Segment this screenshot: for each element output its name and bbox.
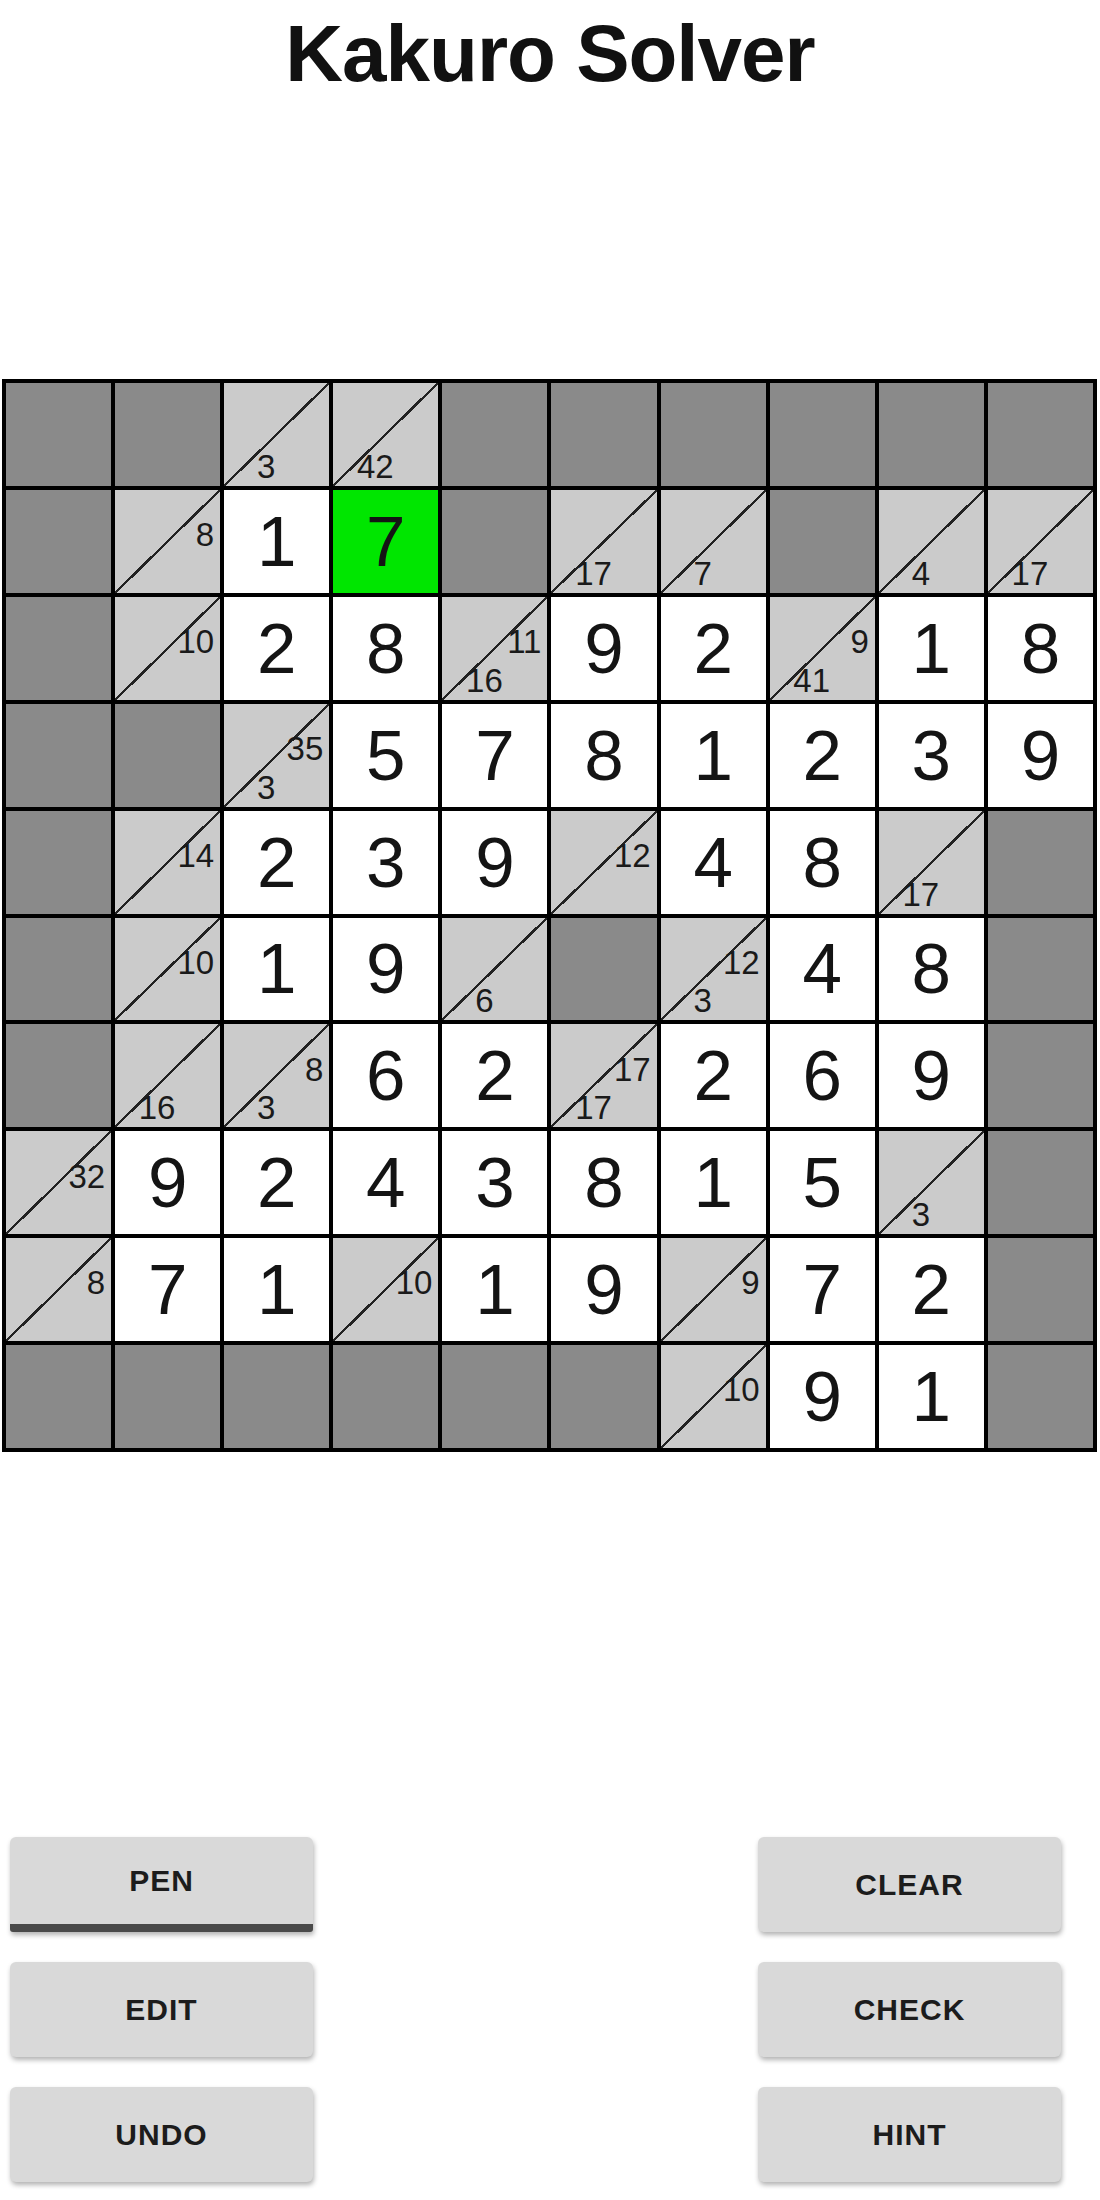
cell-r2c5-value[interactable]: 9 xyxy=(551,597,656,700)
cell-r9c0-block xyxy=(6,1345,111,1448)
cell-r5c5-block xyxy=(551,918,656,1021)
cell-r7c4-value[interactable]: 3 xyxy=(442,1131,547,1234)
cell-r0c6-block xyxy=(661,383,766,486)
cell-r1c7-block xyxy=(770,490,875,593)
cell-digit: 2 xyxy=(257,827,297,898)
cell-digit: 8 xyxy=(584,720,624,791)
down-clue: 17 xyxy=(1012,557,1049,590)
cell-r7c2-value[interactable]: 2 xyxy=(224,1131,329,1234)
cell-digit: 9 xyxy=(1021,720,1061,791)
cell-r2c4-clue: 1116 xyxy=(442,597,547,700)
cell-r9c7-value[interactable]: 9 xyxy=(770,1345,875,1448)
cell-digit: 6 xyxy=(366,1040,406,1111)
cell-r9c5-block xyxy=(551,1345,656,1448)
cell-r9c3-block xyxy=(333,1345,438,1448)
cell-r5c7-value[interactable]: 4 xyxy=(770,918,875,1021)
cell-r7c8-clue: 3 xyxy=(879,1131,984,1234)
cell-digit: 2 xyxy=(693,1040,733,1111)
cell-r8c3-clue: 10 xyxy=(333,1238,438,1341)
cell-r1c9-clue: 17 xyxy=(988,490,1093,593)
across-clue: 10 xyxy=(177,946,214,979)
across-clue: 32 xyxy=(68,1159,105,1192)
across-clue: 9 xyxy=(741,1266,759,1299)
across-clue: 17 xyxy=(614,1053,651,1086)
cell-r4c5-clue: 12 xyxy=(551,811,656,914)
cell-r4c6-value[interactable]: 4 xyxy=(661,811,766,914)
cell-r1c3-value-selected[interactable]: 7 xyxy=(333,490,438,593)
across-clue: 10 xyxy=(723,1373,760,1406)
cell-r3c9-value[interactable]: 9 xyxy=(988,704,1093,807)
cell-r9c8-value[interactable]: 1 xyxy=(879,1345,984,1448)
cell-r0c0-block xyxy=(6,383,111,486)
cell-digit: 8 xyxy=(912,933,952,1004)
cell-r1c8-clue: 4 xyxy=(879,490,984,593)
cell-digit: 1 xyxy=(257,933,297,1004)
cell-digit: 7 xyxy=(802,1254,842,1325)
cell-digit: 9 xyxy=(584,1254,624,1325)
cell-r7c1-value[interactable]: 9 xyxy=(115,1131,220,1234)
cell-r0c5-block xyxy=(551,383,656,486)
down-clue: 41 xyxy=(793,664,830,697)
cell-r9c9-block xyxy=(988,1345,1093,1448)
cell-digit: 9 xyxy=(366,933,406,1004)
cell-r4c4-value[interactable]: 9 xyxy=(442,811,547,914)
cell-r2c3-value[interactable]: 8 xyxy=(333,597,438,700)
cell-digit: 8 xyxy=(366,613,406,684)
cell-r3c1-block xyxy=(115,704,220,807)
cell-r2c7-clue: 941 xyxy=(770,597,875,700)
cell-r8c0-clue: 8 xyxy=(6,1238,111,1341)
down-clue: 6 xyxy=(475,984,493,1017)
cell-r6c2-clue: 83 xyxy=(224,1024,329,1127)
cell-digit: 1 xyxy=(257,506,297,577)
cell-digit: 4 xyxy=(693,827,733,898)
cell-r6c4-value[interactable]: 2 xyxy=(442,1024,547,1127)
cell-r3c8-value[interactable]: 3 xyxy=(879,704,984,807)
right-button-column: CLEARCHECKHINT xyxy=(758,1837,1061,2182)
cell-r9c2-block xyxy=(224,1345,329,1448)
cell-digit: 2 xyxy=(802,720,842,791)
cell-digit: 1 xyxy=(475,1254,515,1325)
down-clue: 3 xyxy=(257,450,275,483)
check-button[interactable]: CHECK xyxy=(758,1962,1061,2057)
down-clue: 3 xyxy=(257,771,275,804)
cell-digit: 9 xyxy=(912,1040,952,1111)
cell-r8c1-value[interactable]: 7 xyxy=(115,1238,220,1341)
cell-r4c0-block xyxy=(6,811,111,914)
cell-digit: 9 xyxy=(802,1361,842,1432)
cell-digit: 7 xyxy=(475,720,515,791)
cell-r1c0-block xyxy=(6,490,111,593)
cell-digit: 5 xyxy=(802,1147,842,1218)
cell-r9c4-block xyxy=(442,1345,547,1448)
cell-r5c8-value[interactable]: 8 xyxy=(879,918,984,1021)
cell-r3c3-value[interactable]: 5 xyxy=(333,704,438,807)
undo-button[interactable]: UNDO xyxy=(10,2087,313,2182)
cell-r2c2-value[interactable]: 2 xyxy=(224,597,329,700)
cell-r4c9-block xyxy=(988,811,1093,914)
cell-digit: 2 xyxy=(257,1147,297,1218)
cell-r7c7-value[interactable]: 5 xyxy=(770,1131,875,1234)
cell-r5c3-value[interactable]: 9 xyxy=(333,918,438,1021)
cell-r6c7-value[interactable]: 6 xyxy=(770,1024,875,1127)
cell-r4c1-clue: 14 xyxy=(115,811,220,914)
across-clue: 10 xyxy=(396,1266,433,1299)
cell-r7c9-block xyxy=(988,1131,1093,1234)
cell-r4c2-value[interactable]: 2 xyxy=(224,811,329,914)
across-clue: 11 xyxy=(507,625,541,658)
cell-r8c9-block xyxy=(988,1238,1093,1341)
cell-r8c8-value[interactable]: 2 xyxy=(879,1238,984,1341)
down-clue: 7 xyxy=(693,557,711,590)
cell-digit: 2 xyxy=(912,1254,952,1325)
cell-r6c6-value[interactable]: 2 xyxy=(661,1024,766,1127)
cell-r8c2-value[interactable]: 1 xyxy=(224,1238,329,1341)
cell-r0c8-block xyxy=(879,383,984,486)
hint-button[interactable]: HINT xyxy=(758,2087,1061,2182)
cell-digit: 6 xyxy=(802,1040,842,1111)
cell-r2c8-value[interactable]: 1 xyxy=(879,597,984,700)
cell-r1c2-value[interactable]: 1 xyxy=(224,490,329,593)
cell-r3c2-clue: 353 xyxy=(224,704,329,807)
cell-r3c5-value[interactable]: 8 xyxy=(551,704,656,807)
down-clue: 16 xyxy=(139,1091,176,1124)
cell-r9c6-clue: 10 xyxy=(661,1345,766,1448)
cell-digit: 3 xyxy=(912,720,952,791)
cell-digit: 2 xyxy=(475,1040,515,1111)
cell-r0c9-block xyxy=(988,383,1093,486)
cell-digit: 1 xyxy=(693,1147,733,1218)
down-clue: 17 xyxy=(575,1091,612,1124)
cell-r6c8-value[interactable]: 9 xyxy=(879,1024,984,1127)
down-clue: 16 xyxy=(466,664,503,697)
left-button-column: PENEDITUNDO xyxy=(10,1837,313,2182)
cell-r4c7-value[interactable]: 8 xyxy=(770,811,875,914)
cell-digit: 9 xyxy=(148,1147,188,1218)
cell-r6c5-clue: 1717 xyxy=(551,1024,656,1127)
cell-digit: 2 xyxy=(257,613,297,684)
cell-r5c0-block xyxy=(6,918,111,1021)
cell-r2c1-clue: 10 xyxy=(115,597,220,700)
cell-r7c6-value[interactable]: 1 xyxy=(661,1131,766,1234)
cell-r4c8-clue: 17 xyxy=(879,811,984,914)
cell-r3c7-value[interactable]: 2 xyxy=(770,704,875,807)
cell-r8c7-value[interactable]: 7 xyxy=(770,1238,875,1341)
page-title: Kakuro Solver xyxy=(0,10,1100,98)
clear-button[interactable]: CLEAR xyxy=(758,1837,1061,1932)
cell-r8c4-value[interactable]: 1 xyxy=(442,1238,547,1341)
cell-r1c1-clue: 8 xyxy=(115,490,220,593)
cell-r0c3-clue: 42 xyxy=(333,383,438,486)
across-clue: 12 xyxy=(723,946,760,979)
cell-r5c1-clue: 10 xyxy=(115,918,220,1021)
down-clue: 4 xyxy=(912,557,930,590)
cell-r6c0-block xyxy=(6,1024,111,1127)
cell-r5c4-clue: 6 xyxy=(442,918,547,1021)
cell-r7c0-clue: 32 xyxy=(6,1131,111,1234)
cell-r6c1-clue: 16 xyxy=(115,1024,220,1127)
cell-r8c6-clue: 9 xyxy=(661,1238,766,1341)
across-clue: 8 xyxy=(87,1266,105,1299)
across-clue: 35 xyxy=(287,732,324,765)
cell-digit: 4 xyxy=(366,1147,406,1218)
cell-r1c4-block xyxy=(442,490,547,593)
down-clue: 3 xyxy=(257,1091,275,1124)
cell-digit: 7 xyxy=(148,1254,188,1325)
across-clue: 12 xyxy=(614,839,651,872)
cell-digit: 5 xyxy=(366,720,406,791)
cell-digit: 1 xyxy=(693,720,733,791)
cell-digit: 3 xyxy=(475,1147,515,1218)
pen-button[interactable]: PEN xyxy=(10,1837,313,1932)
across-clue: 8 xyxy=(305,1053,323,1086)
down-clue: 17 xyxy=(902,878,939,911)
cell-r7c3-value[interactable]: 4 xyxy=(333,1131,438,1234)
cell-r5c2-value[interactable]: 1 xyxy=(224,918,329,1021)
down-clue: 3 xyxy=(912,1198,930,1231)
edit-button[interactable]: EDIT xyxy=(10,1962,313,2057)
cell-r7c5-value[interactable]: 8 xyxy=(551,1131,656,1234)
cell-r2c0-block xyxy=(6,597,111,700)
cell-r6c3-value[interactable]: 6 xyxy=(333,1024,438,1127)
cell-digit: 3 xyxy=(366,827,406,898)
cell-digit: 2 xyxy=(693,613,733,684)
across-clue: 14 xyxy=(177,839,214,872)
cell-r1c6-clue: 7 xyxy=(661,490,766,593)
cell-r8c5-value[interactable]: 9 xyxy=(551,1238,656,1341)
cell-r4c3-value[interactable]: 3 xyxy=(333,811,438,914)
cell-r2c6-value[interactable]: 2 xyxy=(661,597,766,700)
down-clue: 3 xyxy=(693,984,711,1017)
cell-r3c6-value[interactable]: 1 xyxy=(661,704,766,807)
cell-digit: 7 xyxy=(366,506,406,577)
cell-r0c7-block xyxy=(770,383,875,486)
down-clue: 17 xyxy=(575,557,612,590)
cell-r3c4-value[interactable]: 7 xyxy=(442,704,547,807)
cell-digit: 1 xyxy=(257,1254,297,1325)
kakuro-board: 3428171774171028111692941183535781239142… xyxy=(2,379,1097,1452)
down-clue: 42 xyxy=(357,450,394,483)
cell-r0c1-block xyxy=(115,383,220,486)
cell-digit: 1 xyxy=(912,613,952,684)
cell-r0c4-block xyxy=(442,383,547,486)
cell-r5c6-clue: 123 xyxy=(661,918,766,1021)
cell-r6c9-block xyxy=(988,1024,1093,1127)
cell-digit: 9 xyxy=(584,613,624,684)
cell-r1c5-clue: 17 xyxy=(551,490,656,593)
cell-r3c0-block xyxy=(6,704,111,807)
cell-digit: 1 xyxy=(912,1361,952,1432)
cell-r0c2-clue: 3 xyxy=(224,383,329,486)
cell-digit: 4 xyxy=(802,933,842,1004)
cell-digit: 8 xyxy=(1021,613,1061,684)
cell-digit: 9 xyxy=(475,827,515,898)
cell-r9c1-block xyxy=(115,1345,220,1448)
cell-digit: 8 xyxy=(802,827,842,898)
across-clue: 9 xyxy=(850,625,868,658)
across-clue: 8 xyxy=(196,518,214,551)
cell-r2c9-value[interactable]: 8 xyxy=(988,597,1093,700)
across-clue: 10 xyxy=(177,625,214,658)
cell-r5c9-block xyxy=(988,918,1093,1021)
cell-digit: 8 xyxy=(584,1147,624,1218)
